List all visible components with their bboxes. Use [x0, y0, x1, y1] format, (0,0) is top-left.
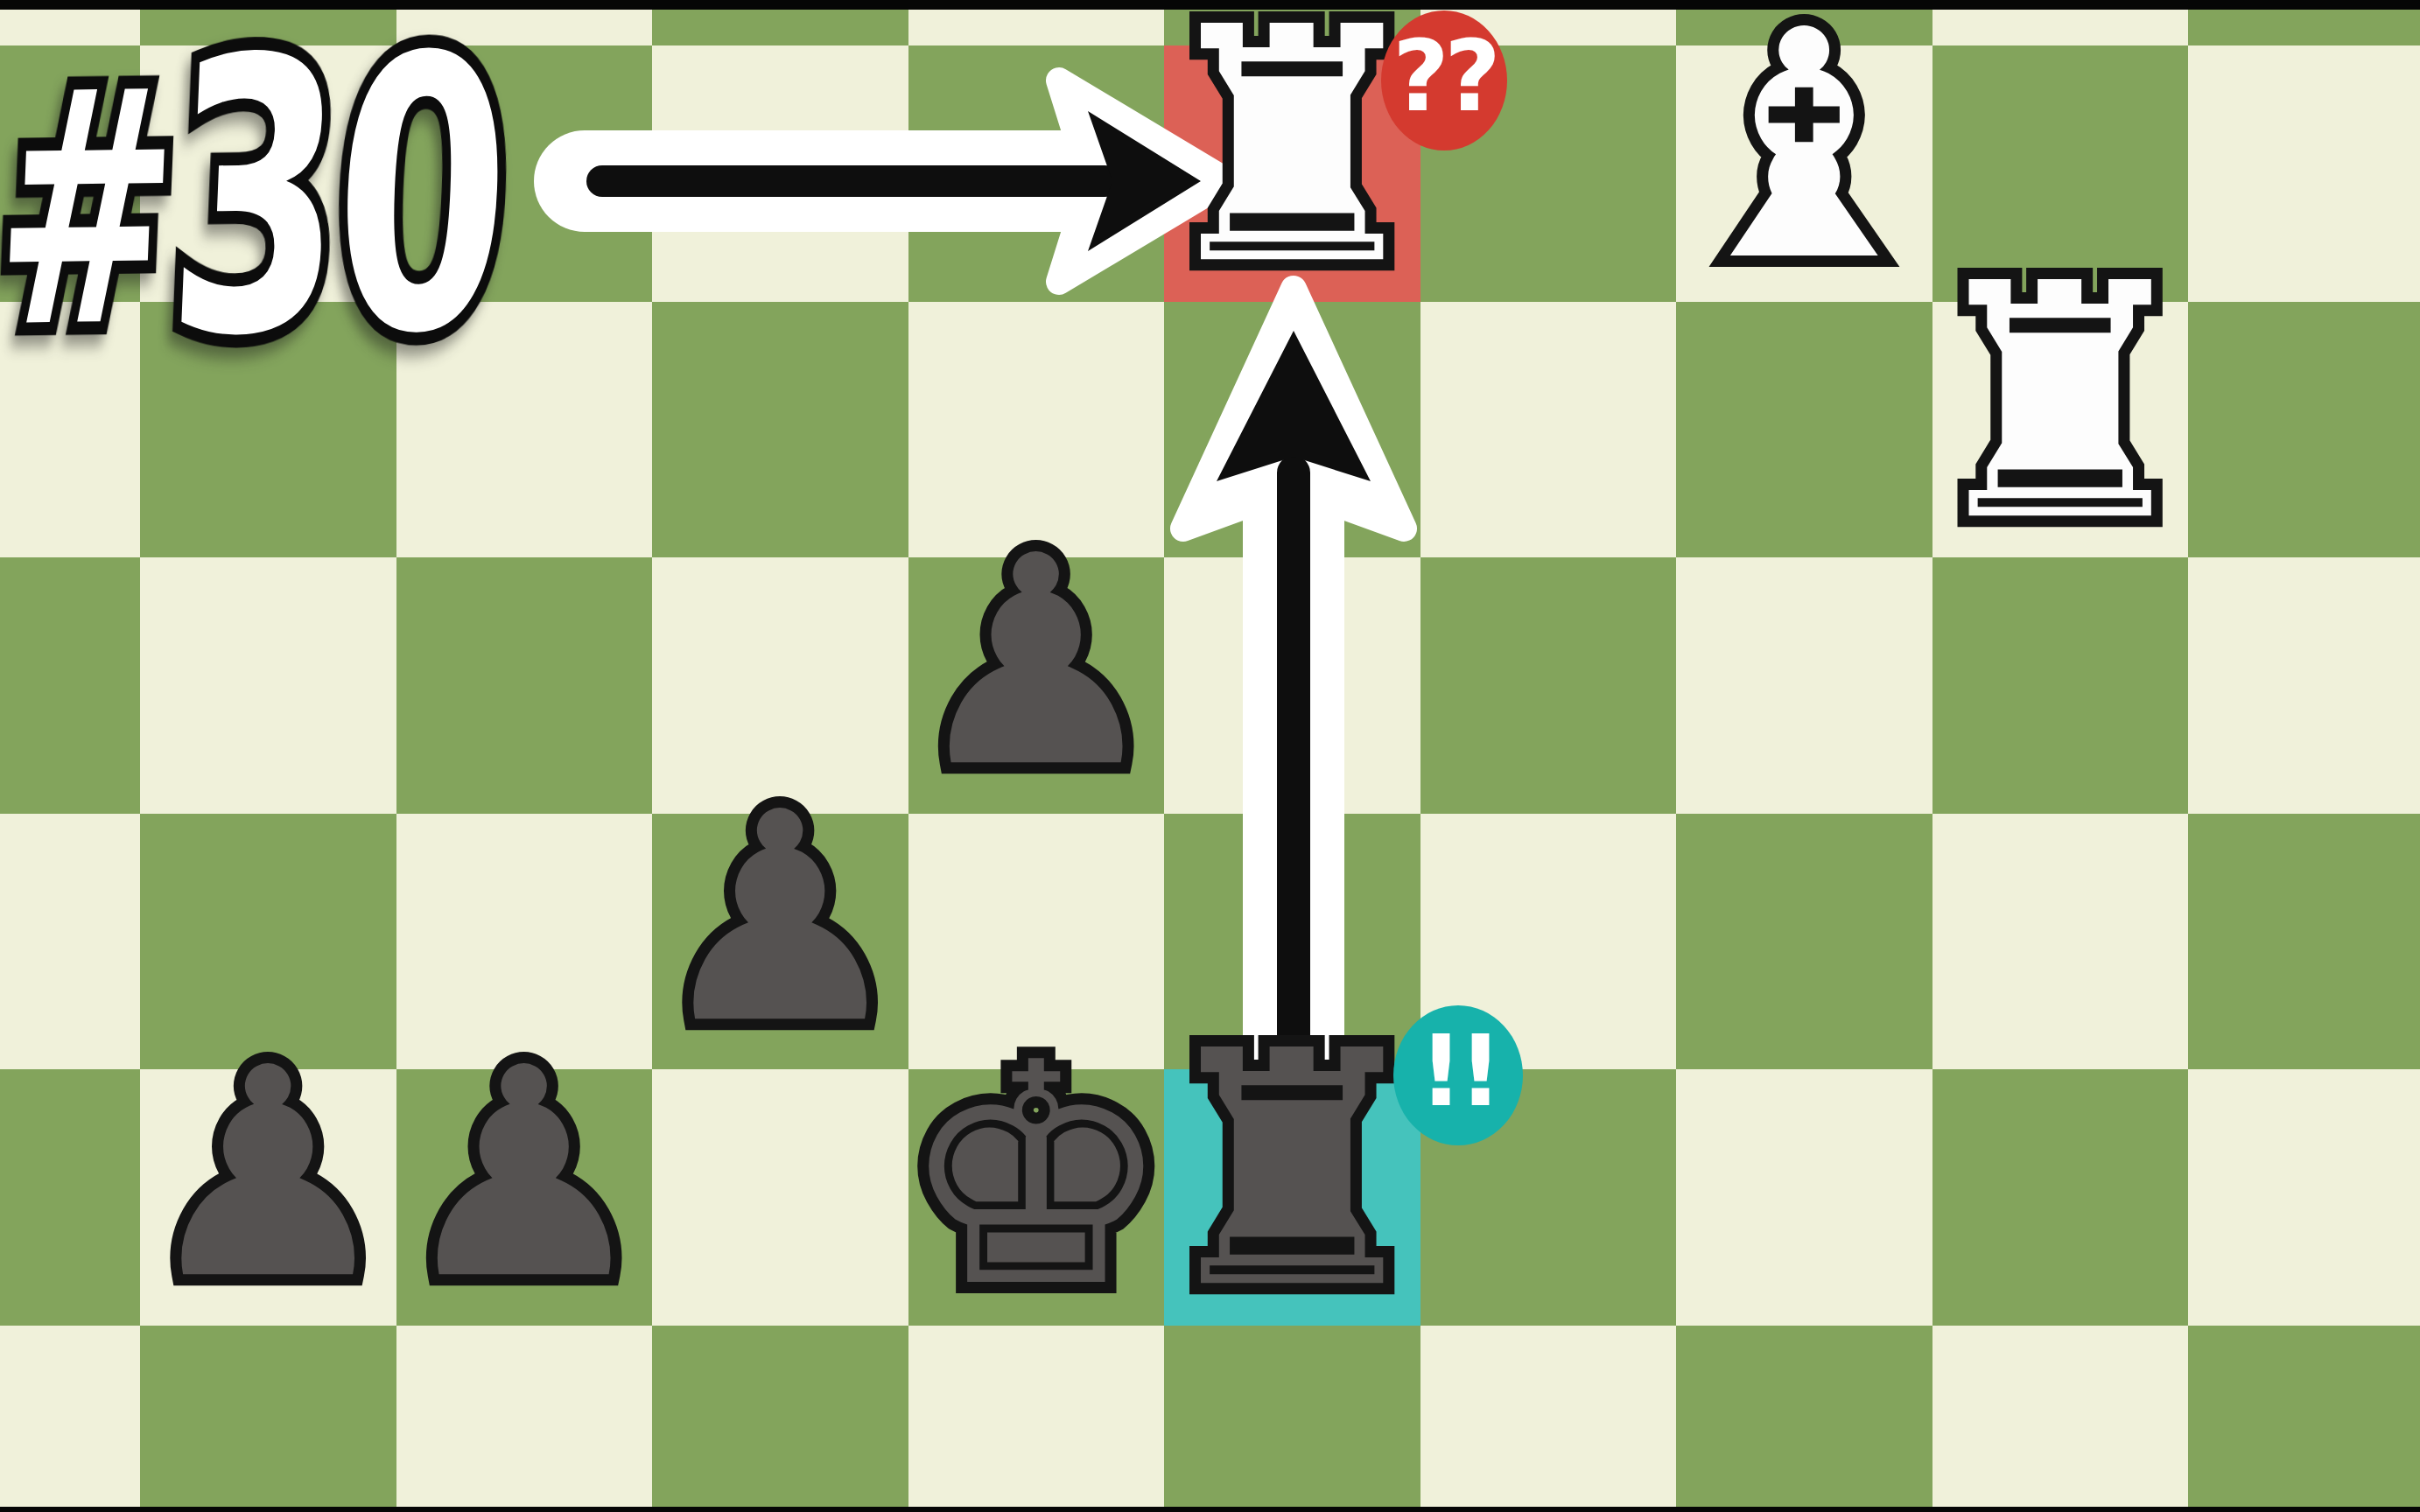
- move-arrow-vertical: [1183, 289, 1404, 1153]
- video-frame: ♜♜♝♝♜♜♟♟♟♟♟♟♟♟♚♚♜♜ ??!! #30 #30: [0, 0, 2420, 1512]
- move-arrow-horizontal: [585, 80, 1227, 282]
- counter-hash: #: [0, 20, 177, 399]
- counter-number: 30: [161, 0, 511, 418]
- letterbox-bottom: [0, 1507, 2420, 1512]
- puzzle-counter-text: #30: [0, 7, 509, 390]
